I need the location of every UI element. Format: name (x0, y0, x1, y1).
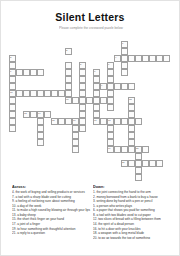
clue-number: 1 (122, 42, 123, 44)
crossword-cell[interactable] (128, 104, 135, 111)
crossword-cell[interactable] (9, 125, 16, 132)
crossword-cell[interactable]: 15 (51, 118, 58, 125)
crossword-cell[interactable] (9, 97, 16, 104)
crossword-cell[interactable] (79, 111, 86, 118)
crossword-cell[interactable] (128, 118, 135, 125)
crossword-cell[interactable]: 7 (9, 69, 16, 76)
crossword-cell[interactable] (79, 118, 86, 125)
clue-item: 10. a day of the week (12, 204, 92, 208)
clue-item: 19. to hear something with thoughtful at… (12, 226, 92, 230)
crossword-cell[interactable] (114, 83, 121, 90)
clue-number: 8 (94, 70, 95, 72)
crossword-cell[interactable] (93, 97, 100, 104)
clue-item: 9. a feeling of not being sure about som… (12, 199, 92, 203)
crossword-cell[interactable] (135, 160, 142, 167)
clue-number: 4 (115, 56, 116, 58)
crossword-cell[interactable] (79, 76, 86, 83)
clue-item: 1. the joint connecting the hand to the … (93, 190, 177, 194)
crossword-cell[interactable]: 17 (93, 118, 100, 125)
crossword-cell[interactable]: 4 (114, 55, 121, 62)
clue-number: 6 (108, 63, 109, 65)
crossword-cell[interactable] (142, 160, 149, 167)
crossword-cell[interactable]: 2 (65, 48, 72, 55)
crossword-cell[interactable]: 10 (9, 90, 16, 97)
crossword-cell[interactable] (149, 160, 156, 167)
down-clues-section: Down: 1. the joint connecting the hand t… (93, 184, 177, 256)
crossword-cell[interactable] (58, 90, 65, 97)
crossword-cell[interactable] (128, 132, 135, 139)
crossword-cell[interactable] (128, 160, 135, 167)
crossword-cell[interactable] (100, 97, 107, 104)
crossword-cell[interactable] (135, 153, 142, 160)
crossword-cell[interactable] (79, 97, 86, 104)
crossword-cell[interactable] (37, 132, 44, 139)
clue-number: 14 (38, 112, 41, 114)
clue-number: 9 (101, 84, 102, 86)
crossword-cell[interactable] (121, 146, 128, 153)
clue-number: 17 (94, 119, 97, 121)
crossword-cell[interactable] (16, 69, 23, 76)
crossword-cell[interactable] (37, 90, 44, 97)
clue-number: 19 (108, 147, 111, 149)
crossword-cell[interactable] (9, 118, 16, 125)
clue-number: 10 (10, 91, 13, 93)
crossword-cell[interactable] (121, 48, 128, 55)
crossword-cell[interactable]: 21 (121, 160, 128, 167)
page-subtitle: Please complete the crossword puzzle bel… (1, 26, 180, 30)
crossword-cell[interactable] (79, 125, 86, 132)
clue-number: 5 (80, 63, 81, 65)
clue-number: 21 (122, 161, 125, 163)
crossword-cell[interactable] (121, 83, 128, 90)
crossword-cell[interactable] (93, 111, 100, 118)
crossword-cell[interactable] (114, 146, 121, 153)
crossword-cell[interactable] (93, 83, 100, 90)
clue-item: 21. a reply to a question (12, 231, 92, 235)
crossword-cell[interactable] (51, 90, 58, 97)
crossword-cell[interactable] (128, 111, 135, 118)
crossword-cell[interactable]: 16 (72, 118, 79, 125)
clue-item: 14. the spirit of a dead person (93, 222, 177, 226)
crossword-cell[interactable] (65, 90, 72, 97)
crossword-cell[interactable] (16, 90, 23, 97)
crossword-cell[interactable] (135, 118, 142, 125)
crossword-cell[interactable] (37, 125, 44, 132)
crossword-cell[interactable] (114, 118, 121, 125)
crossword-cell[interactable] (65, 83, 72, 90)
crossword-cell[interactable]: 13 (23, 111, 30, 118)
crossword-cell[interactable] (9, 104, 16, 111)
crossword-cell[interactable]: 6 (107, 62, 114, 69)
crossword-cell[interactable]: 8 (93, 69, 100, 76)
crossword-cell[interactable] (121, 55, 128, 62)
crossword-cell[interactable] (9, 62, 16, 69)
crossword-cell[interactable] (107, 90, 114, 97)
crossword-cell[interactable] (128, 146, 135, 153)
crossword-cell[interactable] (72, 97, 79, 104)
crossword-cell[interactable] (107, 132, 114, 139)
crossword-cell[interactable] (121, 62, 128, 69)
crossword-cell[interactable] (44, 90, 51, 97)
crossword-cell[interactable] (128, 139, 135, 146)
crossword-cell[interactable] (65, 76, 72, 83)
crossword-cell[interactable] (93, 76, 100, 83)
clue-item: 12. two slices of bread with a filling b… (93, 217, 177, 221)
crossword-cell[interactable]: 11 (65, 97, 72, 104)
crossword-cell[interactable] (142, 146, 149, 153)
crossword-cell[interactable] (30, 69, 37, 76)
crossword-cell[interactable] (107, 69, 114, 76)
clue-item: 11. to make a high sound by blowing air … (12, 208, 92, 212)
clue-number: 18 (108, 119, 111, 121)
crossword-cell[interactable] (72, 132, 79, 139)
crossword-cell[interactable] (72, 125, 79, 132)
across-clues-section: Across: 4. the work of buying and sellin… (12, 184, 92, 256)
crossword-cell[interactable] (156, 160, 163, 167)
crossword-cell[interactable] (128, 83, 135, 90)
crossword-cell[interactable] (107, 83, 114, 90)
crossword-cell[interactable] (149, 55, 156, 62)
down-clue-list: 1. the joint connecting the hand to the … (93, 190, 177, 239)
crossword-cell[interactable] (44, 111, 51, 118)
crossword-cell[interactable] (156, 55, 163, 62)
crossword-cell[interactable] (65, 69, 72, 76)
crossword-cell[interactable]: 19 (107, 146, 114, 153)
crossword-cell[interactable] (37, 69, 44, 76)
clue-item: 15. the short thick finger on your hand (12, 217, 92, 221)
crossword-cell[interactable] (107, 125, 114, 132)
crossword-cell[interactable] (23, 69, 30, 76)
crossword-cell[interactable]: 20 (135, 146, 142, 153)
crossword-cell[interactable] (142, 55, 149, 62)
crossword-cell[interactable] (135, 174, 142, 181)
crossword-cell[interactable] (135, 55, 142, 62)
clue-item: 2. money borrowed from a bank to buy a h… (93, 195, 177, 199)
crossword-cell[interactable] (37, 118, 44, 125)
crossword-cell[interactable] (107, 97, 114, 104)
crossword-cell[interactable]: 9 (100, 83, 107, 90)
clue-number: 12 (129, 98, 132, 100)
crossword-cell[interactable]: 3 (9, 55, 16, 62)
clue-number: 16 (73, 119, 76, 121)
clue-item: 20. to go up towards the top of somethin… (93, 235, 177, 239)
crossword-cell[interactable]: 5 (79, 62, 86, 69)
crossword-cell[interactable] (107, 139, 114, 146)
clue-number: 15 (52, 119, 55, 121)
clue-item: 8. a tool with two blades used to cut pa… (93, 213, 177, 217)
crossword-cell[interactable] (107, 104, 114, 111)
crossword-cell[interactable] (72, 139, 79, 146)
crossword-cell[interactable]: 12 (128, 97, 135, 104)
clue-item: 4. the work of buying and selling produc… (12, 190, 92, 194)
crossword-cell[interactable] (79, 104, 86, 111)
clue-item: 3. writing done by hand with a pen or pe… (93, 199, 177, 203)
crossword-cell[interactable] (107, 76, 114, 83)
crossword-cell[interactable] (121, 118, 128, 125)
clue-item: 7. a tool with a sharp blade used for cu… (12, 195, 92, 199)
crossword-cell[interactable] (30, 90, 37, 97)
across-clue-list: 4. the work of buying and selling produc… (12, 190, 92, 235)
across-header: Across: (12, 184, 92, 189)
crossword-cell[interactable] (65, 118, 72, 125)
clue-number: 13 (24, 112, 27, 114)
crossword-cell[interactable] (93, 104, 100, 111)
clue-number: 3 (10, 56, 11, 58)
crossword-cell[interactable] (37, 139, 44, 146)
crossword-cell[interactable] (128, 125, 135, 132)
clue-item: 6. a paper that shows you paid for somet… (93, 208, 177, 212)
crossword-cell[interactable]: 1 (121, 41, 128, 48)
clue-number: 20 (136, 147, 139, 149)
crossword-cell[interactable] (30, 111, 37, 118)
crossword-grid: 123456789101112131415161718192021 (9, 41, 177, 181)
clue-item: 13. a baby sheep (12, 213, 92, 217)
worksheet-page: Silent Letters Please complete the cross… (0, 0, 180, 256)
crossword-cell[interactable] (9, 111, 16, 118)
down-header: Down: (93, 184, 177, 189)
crossword-cell[interactable] (9, 76, 16, 83)
clue-item: 18. a weapon with a long metal blade (93, 231, 177, 235)
crossword-cell[interactable] (163, 55, 170, 62)
crossword-cell[interactable] (86, 97, 93, 104)
crossword-cell[interactable] (128, 55, 135, 62)
crossword-cell[interactable] (23, 90, 30, 97)
crossword-cell[interactable] (121, 69, 128, 76)
clue-number: 2 (66, 49, 67, 51)
crossword-cell[interactable] (79, 69, 86, 76)
crossword-cell[interactable] (9, 83, 16, 90)
clue-item: 17. a joint of a finger (12, 222, 92, 226)
crossword-cell[interactable] (58, 118, 65, 125)
crossword-cell[interactable] (135, 167, 142, 174)
crossword-cell[interactable] (65, 62, 72, 69)
clue-item: 5. a person who writes plays (93, 204, 177, 208)
crossword-cell[interactable] (93, 90, 100, 97)
clue-number: 7 (10, 70, 11, 72)
page-title: Silent Letters (1, 11, 179, 23)
crossword-cell[interactable]: 18 (107, 118, 114, 125)
crossword-cell[interactable] (79, 90, 86, 97)
clue-item: 16. to hit a door with your knuckles (93, 226, 177, 230)
clue-number: 11 (66, 98, 68, 100)
crossword-cell[interactable] (100, 118, 107, 125)
crossword-cell[interactable] (79, 83, 86, 90)
crossword-cell[interactable]: 14 (37, 111, 44, 118)
crossword-cell[interactable] (72, 146, 79, 153)
